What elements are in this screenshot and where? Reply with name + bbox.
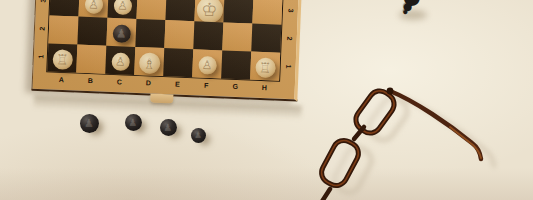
rank-label-right-3: 3 — [287, 4, 295, 18]
square-a3 — [50, 0, 80, 17]
temple-arm-left — [321, 189, 330, 200]
file-label-a: A — [56, 76, 66, 83]
square-f1: ♙ — [192, 49, 222, 78]
file-label-d: D — [143, 79, 153, 86]
square-b3: ♙ — [79, 0, 109, 18]
file-label-e: E — [172, 80, 182, 87]
piece-white-pawn: ♙ — [84, 0, 103, 14]
square-c3: ♙ — [107, 0, 137, 19]
captured-black-pawn: ♟ — [160, 119, 177, 136]
file-label-c: C — [114, 78, 124, 85]
rank-label-right-2: 2 — [286, 31, 294, 45]
square-b2 — [77, 17, 107, 46]
square-a2 — [48, 15, 78, 44]
piece-white-king: ♔ — [196, 0, 223, 23]
piece-white-pawn: ♙ — [113, 0, 132, 15]
piece-white-pawn: ♙ — [198, 56, 217, 75]
square-d3 — [136, 0, 166, 20]
eyeglasses — [300, 75, 533, 200]
rank-label-left-2: 2 — [38, 22, 46, 36]
hinge — [387, 88, 394, 95]
eyeglasses-frame — [318, 87, 481, 200]
piece-white-pawn: ♙ — [111, 52, 130, 71]
captured-black-pawn: ♟ — [80, 114, 99, 133]
square-h2 — [251, 24, 281, 53]
square-d1: ♗ — [134, 47, 164, 76]
board-grid: ♙♙♔♟♖♙♗♙♖ — [47, 0, 288, 81]
square-g2 — [222, 22, 252, 51]
square-c2: ♟ — [106, 18, 136, 47]
piece-white-bishop: ♗ — [138, 52, 160, 74]
square-e1 — [163, 48, 193, 77]
square-f3: ♔ — [194, 0, 224, 22]
piece-white-rook: ♖ — [255, 57, 276, 78]
square-f2 — [193, 21, 223, 50]
square-e3 — [165, 0, 195, 21]
board-clasp — [150, 94, 173, 104]
chess-board: ♙♙♔♟♖♙♗♙♖ ABCDEFGH 1122334455667788 — [31, 0, 307, 101]
square-b1 — [76, 45, 106, 74]
piece-white-rook: ♖ — [52, 49, 73, 70]
square-c1: ♙ — [105, 46, 135, 75]
file-label-g: G — [230, 83, 240, 90]
captured-black-pawn: ♟ — [125, 114, 142, 131]
square-a1: ♖ — [47, 43, 77, 72]
square-d2 — [135, 19, 165, 48]
piece-black-pawn: ♟ — [112, 24, 131, 43]
square-h1: ♖ — [250, 52, 280, 81]
rank-label-left-3: 3 — [39, 0, 47, 8]
square-g1 — [221, 50, 251, 79]
square-g3 — [223, 0, 253, 24]
square-h3 — [252, 0, 282, 25]
file-label-f: F — [201, 82, 211, 89]
file-label-h: H — [259, 84, 269, 91]
square-e2 — [164, 20, 194, 49]
captured-black-pawn: ♟ — [191, 128, 206, 143]
file-label-b: B — [85, 77, 95, 84]
tabletop-scene: ♙♙♔♟♖♙♗♙♖ ABCDEFGH 1122334455667788 ♟♟♟♟… — [0, 0, 533, 200]
rank-label-right-1: 1 — [285, 59, 293, 73]
rank-label-left-1: 1 — [37, 50, 45, 64]
